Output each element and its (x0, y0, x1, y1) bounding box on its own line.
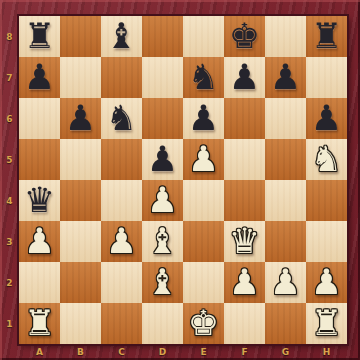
black-pawn-piece[interactable]: ♟ (311, 98, 342, 139)
square-c2[interactable] (101, 262, 142, 303)
rank-label-5: 5 (0, 139, 19, 180)
black-pawn-piece[interactable]: ♟ (24, 57, 55, 98)
square-b3[interactable] (60, 221, 101, 262)
white-king-piece[interactable]: ♚ (188, 303, 219, 344)
black-knight-piece[interactable]: ♞ (106, 98, 137, 139)
square-f5[interactable] (224, 139, 265, 180)
square-g1[interactable] (265, 303, 306, 344)
square-e4[interactable] (183, 180, 224, 221)
square-d5[interactable]: ♟ (142, 139, 183, 180)
square-g2[interactable]: ♟ (265, 262, 306, 303)
square-a4[interactable]: ♛ (19, 180, 60, 221)
white-pawn-piece[interactable]: ♟ (24, 221, 55, 262)
black-pawn-piece[interactable]: ♟ (229, 57, 260, 98)
black-rook-piece[interactable]: ♜ (24, 16, 55, 57)
square-g5[interactable] (265, 139, 306, 180)
black-rook-piece[interactable]: ♜ (311, 16, 342, 57)
square-b5[interactable] (60, 139, 101, 180)
black-pawn-piece[interactable]: ♟ (270, 57, 301, 98)
file-label-g: G (265, 344, 306, 360)
square-c1[interactable] (101, 303, 142, 344)
square-c7[interactable] (101, 57, 142, 98)
file-label-e: E (183, 344, 224, 360)
rank-coordinates: 87654321 (0, 16, 19, 344)
white-pawn-piece[interactable]: ♟ (106, 221, 137, 262)
file-label-f: F (224, 344, 265, 360)
white-queen-piece[interactable]: ♛ (229, 221, 260, 262)
square-b8[interactable] (60, 16, 101, 57)
file-label-b: B (60, 344, 101, 360)
white-knight-piece[interactable]: ♞ (311, 139, 342, 180)
black-king-piece[interactable]: ♚ (229, 16, 260, 57)
square-g4[interactable] (265, 180, 306, 221)
square-b7[interactable] (60, 57, 101, 98)
square-f3[interactable]: ♛ (224, 221, 265, 262)
square-f2[interactable]: ♟ (224, 262, 265, 303)
black-pawn-piece[interactable]: ♟ (147, 139, 178, 180)
white-pawn-piece[interactable]: ♟ (229, 262, 260, 303)
square-a8[interactable]: ♜ (19, 16, 60, 57)
square-d6[interactable] (142, 98, 183, 139)
white-pawn-piece[interactable]: ♟ (188, 139, 219, 180)
file-label-a: A (19, 344, 60, 360)
square-b6[interactable]: ♟ (60, 98, 101, 139)
file-coordinates: ABCDEFGH (19, 344, 347, 360)
file-label-c: C (101, 344, 142, 360)
square-d1[interactable] (142, 303, 183, 344)
black-queen-piece[interactable]: ♛ (24, 180, 55, 221)
rank-label-4: 4 (0, 180, 19, 221)
square-f7[interactable]: ♟ (224, 57, 265, 98)
square-e8[interactable] (183, 16, 224, 57)
white-pawn-piece[interactable]: ♟ (147, 180, 178, 221)
white-rook-piece[interactable]: ♜ (311, 303, 342, 344)
square-g8[interactable] (265, 16, 306, 57)
square-c8[interactable]: ♝ (101, 16, 142, 57)
square-a3[interactable]: ♟ (19, 221, 60, 262)
chessboard-frame: ♜♝♚♜♟♞♟♟♟♞♟♟♟♟♞♛♟♟♟♝♛♝♟♟♟♜♚♜ 87654321 AB… (0, 0, 360, 360)
square-h6[interactable]: ♟ (306, 98, 347, 139)
square-b4[interactable] (60, 180, 101, 221)
square-a6[interactable] (19, 98, 60, 139)
file-label-h: H (306, 344, 347, 360)
black-pawn-piece[interactable]: ♟ (188, 98, 219, 139)
square-d8[interactable] (142, 16, 183, 57)
square-a1[interactable]: ♜ (19, 303, 60, 344)
rank-label-2: 2 (0, 262, 19, 303)
black-pawn-piece[interactable]: ♟ (65, 98, 96, 139)
square-h7[interactable] (306, 57, 347, 98)
square-a5[interactable] (19, 139, 60, 180)
square-e6[interactable]: ♟ (183, 98, 224, 139)
square-g3[interactable] (265, 221, 306, 262)
rank-label-7: 7 (0, 57, 19, 98)
square-a2[interactable] (19, 262, 60, 303)
square-h1[interactable]: ♜ (306, 303, 347, 344)
square-d7[interactable] (142, 57, 183, 98)
square-c5[interactable] (101, 139, 142, 180)
square-h3[interactable] (306, 221, 347, 262)
rank-label-1: 1 (0, 303, 19, 344)
white-bishop-piece[interactable]: ♝ (147, 221, 178, 262)
square-g7[interactable]: ♟ (265, 57, 306, 98)
chessboard: ♜♝♚♜♟♞♟♟♟♞♟♟♟♟♞♛♟♟♟♝♛♝♟♟♟♜♚♜ (19, 16, 347, 344)
square-e1[interactable]: ♚ (183, 303, 224, 344)
square-h4[interactable] (306, 180, 347, 221)
square-b1[interactable] (60, 303, 101, 344)
square-f8[interactable]: ♚ (224, 16, 265, 57)
file-label-d: D (142, 344, 183, 360)
square-c4[interactable] (101, 180, 142, 221)
square-h8[interactable]: ♜ (306, 16, 347, 57)
square-h2[interactable]: ♟ (306, 262, 347, 303)
square-d3[interactable]: ♝ (142, 221, 183, 262)
square-d4[interactable]: ♟ (142, 180, 183, 221)
square-b2[interactable] (60, 262, 101, 303)
rank-label-8: 8 (0, 16, 19, 57)
square-h5[interactable]: ♞ (306, 139, 347, 180)
black-knight-piece[interactable]: ♞ (188, 57, 219, 98)
square-e7[interactable]: ♞ (183, 57, 224, 98)
square-c6[interactable]: ♞ (101, 98, 142, 139)
white-pawn-piece[interactable]: ♟ (311, 262, 342, 303)
square-d2[interactable]: ♝ (142, 262, 183, 303)
square-e2[interactable] (183, 262, 224, 303)
white-rook-piece[interactable]: ♜ (24, 303, 55, 344)
square-f6[interactable] (224, 98, 265, 139)
square-e3[interactable] (183, 221, 224, 262)
rank-label-6: 6 (0, 98, 19, 139)
square-f4[interactable] (224, 180, 265, 221)
rank-label-3: 3 (0, 221, 19, 262)
white-pawn-piece[interactable]: ♟ (270, 262, 301, 303)
square-f1[interactable] (224, 303, 265, 344)
square-c3[interactable]: ♟ (101, 221, 142, 262)
square-g6[interactable] (265, 98, 306, 139)
black-bishop-piece[interactable]: ♝ (106, 16, 137, 57)
square-e5[interactable]: ♟ (183, 139, 224, 180)
square-a7[interactable]: ♟ (19, 57, 60, 98)
white-bishop-piece[interactable]: ♝ (147, 262, 178, 303)
